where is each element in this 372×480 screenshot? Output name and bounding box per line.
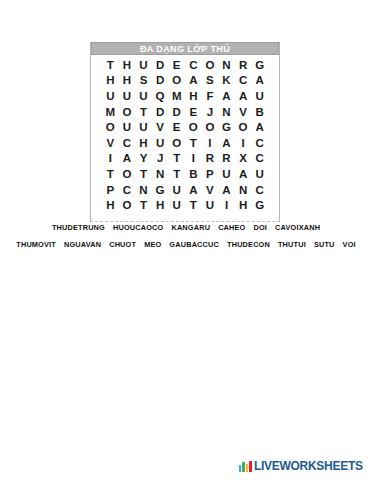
grid-cell-r2c5[interactable]: O — [168, 73, 185, 89]
grid-cell-r1c8[interactable]: N — [218, 57, 235, 73]
grid-cell-r5c10[interactable]: A — [251, 119, 268, 135]
grid-cell-r5c9[interactable]: O — [235, 119, 252, 135]
grid-cell-r3c5[interactable]: M — [168, 88, 185, 104]
grid-cell-r4c5[interactable]: D — [168, 104, 185, 120]
grid-cell-r7c6[interactable]: I — [185, 151, 202, 167]
word-list-line2: THUMOVITNGUAVANCHUOTMEOGAUBACCUCTHUDECON… — [0, 240, 372, 249]
grid-cell-r8c10[interactable]: U — [251, 166, 268, 182]
puzzle-title: ĐA DẠNG LỚP THÚ — [91, 42, 279, 55]
word-item: THUMOVIT — [16, 240, 56, 249]
grid-cell-r6c4[interactable]: U — [152, 135, 169, 151]
word-item: HUOUCAOCO — [113, 223, 163, 232]
icon-bar — [246, 464, 249, 472]
word-item: NGUAVAN — [64, 240, 101, 249]
grid-cell-r4c3[interactable]: T — [135, 104, 152, 120]
grid-cell-r4c8[interactable]: N — [218, 104, 235, 120]
grid-cell-r6c7[interactable]: I — [202, 135, 219, 151]
grid-cell-r2c9[interactable]: C — [235, 73, 252, 89]
grid-cell-r10c10[interactable]: G — [251, 197, 268, 213]
grid-cell-r6c3[interactable]: H — [135, 135, 152, 151]
grid-cell-r2c6[interactable]: A — [185, 73, 202, 89]
word-item: CAHEO — [218, 223, 245, 232]
word-item: CHUOT — [109, 240, 136, 249]
grid-cell-r10c3[interactable]: T — [135, 197, 152, 213]
grid-cell-r9c3[interactable]: N — [135, 182, 152, 198]
grid-cell-r10c6[interactable]: T — [185, 197, 202, 213]
grid-cell-r10c9[interactable]: H — [235, 197, 252, 213]
grid-cell-r1c9[interactable]: R — [235, 57, 252, 73]
grid-cell-r6c2[interactable]: C — [119, 135, 136, 151]
grid-cell-r2c1[interactable]: H — [102, 73, 119, 89]
grid-cell-r8c4[interactable]: N — [152, 166, 169, 182]
grid-cell-r1c1[interactable]: T — [102, 57, 119, 73]
grid-cell-r3c3[interactable]: U — [135, 88, 152, 104]
grid-cell-r7c2[interactable]: A — [119, 151, 136, 167]
grid-cell-r5c6[interactable]: O — [185, 119, 202, 135]
grid-cell-r10c7[interactable]: U — [202, 197, 219, 213]
grid-cell-r5c3[interactable]: U — [135, 119, 152, 135]
grid-cell-r10c1[interactable]: H — [102, 197, 119, 213]
grid-cell-r8c1[interactable]: T — [102, 166, 119, 182]
icon-bar — [249, 461, 252, 472]
grid-cell-r1c2[interactable]: H — [119, 57, 136, 73]
grid-cell-r4c2[interactable]: O — [119, 104, 136, 120]
grid-cell-r4c4[interactable]: D — [152, 104, 169, 120]
grid-cell-r4c10[interactable]: B — [251, 104, 268, 120]
grid-cell-r7c9[interactable]: X — [235, 151, 252, 167]
word-item: MEO — [144, 240, 161, 249]
grid-cell-r10c8[interactable]: I — [218, 197, 235, 213]
grid-cell-r7c1[interactable]: I — [102, 151, 119, 167]
liveworksheets-logo[interactable]: LIVEWORKSHEETS — [239, 459, 367, 473]
icon-bar — [239, 465, 242, 472]
grid-cell-r9c5[interactable]: U — [168, 182, 185, 198]
grid-cell-r1c5[interactable]: E — [168, 57, 185, 73]
word-item: VOI — [343, 240, 356, 249]
grid-cell-r5c4[interactable]: V — [152, 119, 169, 135]
grid-cell-r10c5[interactable]: U — [168, 197, 185, 213]
grid-cell-r8c5[interactable]: T — [168, 166, 185, 182]
liveworksheets-bars-icon — [239, 460, 252, 472]
grid-cell-r3c9[interactable]: A — [235, 88, 252, 104]
grid-cell-r4c7[interactable]: J — [202, 104, 219, 120]
grid-cell-r5c7[interactable]: O — [202, 119, 219, 135]
grid-cell-r8c2[interactable]: O — [119, 166, 136, 182]
grid-cell-r1c6[interactable]: C — [185, 57, 202, 73]
grid-cell-r1c7[interactable]: O — [202, 57, 219, 73]
grid-cell-r8c6[interactable]: B — [185, 166, 202, 182]
grid-cell-r9c7[interactable]: V — [202, 182, 219, 198]
grid-cell-r2c10[interactable]: A — [251, 73, 268, 89]
word-item: KANGARU — [171, 223, 210, 232]
word-item: DOI — [253, 223, 267, 232]
grid-cell-r4c9[interactable]: V — [235, 104, 252, 120]
word-search-puzzle: ĐA DẠNG LỚP THÚ THUDECONRGHHSDOASKCAUUUQ… — [90, 42, 280, 222]
grid-cell-r3c10[interactable]: U — [251, 88, 268, 104]
grid-cell-r9c4[interactable]: G — [152, 182, 169, 198]
grid-cell-r6c10[interactable]: C — [251, 135, 268, 151]
grid-cell-r2c4[interactable]: D — [152, 73, 169, 89]
grid-cell-r5c5[interactable]: E — [168, 119, 185, 135]
icon-bar — [242, 462, 245, 472]
grid-cell-r7c5[interactable]: T — [168, 151, 185, 167]
grid-cell-r2c2[interactable]: H — [119, 73, 136, 89]
grid-cell-r7c4[interactable]: J — [152, 151, 169, 167]
grid-cell-r3c1[interactable]: U — [102, 88, 119, 104]
word-item: THUTUI — [278, 240, 306, 249]
word-list-line1: THUDETRUNGHUOUCAOCOKANGARUCAHEODOICAVOIX… — [0, 223, 372, 232]
grid-cell-r5c2[interactable]: U — [119, 119, 136, 135]
word-item: GAUBACCUC — [169, 240, 219, 249]
grid-cell-r10c4[interactable]: H — [152, 197, 169, 213]
grid-cell-r6c8[interactable]: A — [218, 135, 235, 151]
grid-cell-r3c7[interactable]: F — [202, 88, 219, 104]
grid-cell-r1c4[interactable]: D — [152, 57, 169, 73]
grid-cell-r3c2[interactable]: U — [119, 88, 136, 104]
grid-cell-r4c1[interactable]: M — [102, 104, 119, 120]
word-item: THUDECON — [227, 240, 270, 249]
grid-cell-r5c8[interactable]: G — [218, 119, 235, 135]
grid-cell-r2c8[interactable]: K — [218, 73, 235, 89]
grid-cell-r8c9[interactable]: A — [235, 166, 252, 182]
grid-cell-r9c9[interactable]: N — [235, 182, 252, 198]
grid-cell-r3c8[interactable]: A — [218, 88, 235, 104]
grid-cell-r8c7[interactable]: P — [202, 166, 219, 182]
grid-cell-r9c6[interactable]: A — [185, 182, 202, 198]
grid-cell-r2c3[interactable]: S — [135, 73, 152, 89]
grid-cell-r8c3[interactable]: T — [135, 166, 152, 182]
grid-cell-r6c1[interactable]: V — [102, 135, 119, 151]
word-item: CAVOIXANH — [275, 223, 320, 232]
grid-cell-r8c8[interactable]: U — [218, 166, 235, 182]
word-item: SUTU — [314, 240, 335, 249]
grid-cell-r6c6[interactable]: T — [185, 135, 202, 151]
grid-cell-r7c7[interactable]: R — [202, 151, 219, 167]
grid-cell-r6c9[interactable]: I — [235, 135, 252, 151]
grid-cell-r9c2[interactable]: C — [119, 182, 136, 198]
grid-cell-r3c6[interactable]: H — [185, 88, 202, 104]
grid-cell-r6c5[interactable]: O — [168, 135, 185, 151]
grid-cell-r4c6[interactable]: E — [185, 104, 202, 120]
grid-cell-r1c3[interactable]: U — [135, 57, 152, 73]
grid-cell-r9c1[interactable]: P — [102, 182, 119, 198]
letter-grid[interactable]: THUDECONRGHHSDOASKCAUUUQMHFAAUMOTDDEJNVB… — [91, 55, 279, 221]
grid-cell-r2c7[interactable]: S — [202, 73, 219, 89]
grid-cell-r7c8[interactable]: R — [218, 151, 235, 167]
grid-cell-r9c8[interactable]: A — [218, 182, 235, 198]
grid-cell-r1c10[interactable]: G — [251, 57, 268, 73]
grid-cell-r5c1[interactable]: O — [102, 119, 119, 135]
word-item: THUDETRUNG — [52, 223, 105, 232]
grid-cell-r9c10[interactable]: C — [251, 182, 268, 198]
grid-cell-r10c2[interactable]: O — [119, 197, 136, 213]
liveworksheets-label: LIVEWORKSHEETS — [254, 459, 363, 473]
grid-cell-r3c4[interactable]: Q — [152, 88, 169, 104]
grid-cell-r7c3[interactable]: Y — [135, 151, 152, 167]
grid-cell-r7c10[interactable]: C — [251, 151, 268, 167]
